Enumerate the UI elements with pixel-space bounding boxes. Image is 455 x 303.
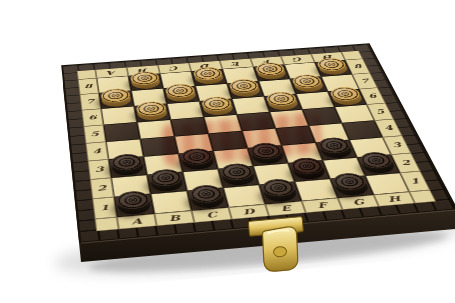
rank-label-left-5: 5 bbox=[84, 125, 106, 143]
piece-dark-a1[interactable] bbox=[116, 190, 151, 210]
piece-light-b6[interactable] bbox=[135, 101, 167, 117]
rank-label-left-7: 7 bbox=[80, 93, 101, 110]
piece-light-a7[interactable] bbox=[100, 88, 131, 104]
square-c1[interactable] bbox=[187, 188, 229, 211]
rank-label-left-6: 6 bbox=[82, 109, 104, 127]
rank-label-left-2: 2 bbox=[90, 178, 114, 199]
square-b1[interactable] bbox=[151, 191, 192, 214]
piece-light-g7[interactable] bbox=[291, 74, 324, 89]
piece-light-h8[interactable] bbox=[315, 57, 348, 71]
piece-light-d8[interactable] bbox=[192, 66, 223, 81]
piece-light-f8[interactable] bbox=[254, 62, 286, 77]
square-d1[interactable] bbox=[223, 185, 265, 208]
piece-dark-b2[interactable] bbox=[148, 168, 183, 187]
rank-label-left-3: 3 bbox=[88, 159, 111, 179]
piece-dark-h2[interactable] bbox=[357, 151, 395, 169]
square-a1[interactable] bbox=[114, 194, 154, 217]
rank-label-left-4: 4 bbox=[86, 142, 109, 161]
rank-label-left-8: 8 bbox=[78, 78, 99, 94]
piece-light-b8[interactable] bbox=[130, 71, 161, 86]
piece-light-h6[interactable] bbox=[328, 86, 362, 102]
piece-light-c7[interactable] bbox=[164, 83, 196, 98]
rank-label-left-1: 1 bbox=[92, 197, 117, 219]
piece-light-f6[interactable] bbox=[265, 91, 299, 107]
piece-dark-f2[interactable] bbox=[289, 157, 326, 176]
piece-dark-e1[interactable] bbox=[260, 178, 297, 198]
piece-light-d6[interactable] bbox=[200, 96, 233, 112]
piece-light-e7[interactable] bbox=[228, 78, 260, 93]
product-photo-stage: AABBCCDDEEFFGGHH1122334455667788 bbox=[0, 0, 455, 303]
piece-dark-d2[interactable] bbox=[219, 162, 255, 181]
piece-dark-c1[interactable] bbox=[188, 184, 224, 204]
coord-corner-cell bbox=[95, 217, 119, 231]
clasp-hole bbox=[273, 246, 287, 257]
piece-dark-g1[interactable] bbox=[331, 172, 369, 191]
clasp-hasp bbox=[261, 226, 300, 272]
piece-dark-a3[interactable] bbox=[110, 153, 144, 172]
